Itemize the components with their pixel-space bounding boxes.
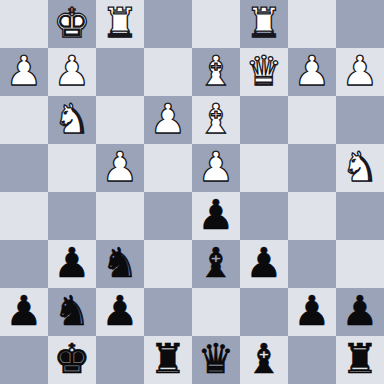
chess-board-container: ♚♜♜♟♟♝♛♟♟♞♟♝♟♟♞♟♟♞♝♟♟♞♟♟♟♚♜♛♝♜ (0, 0, 384, 384)
square-d2[interactable]: ♝ (192, 48, 240, 96)
white-pawn-piece: ♟ (150, 95, 187, 143)
black-rook-piece: ♜ (342, 335, 379, 383)
square-f3[interactable] (96, 96, 144, 144)
square-c4[interactable] (240, 144, 288, 192)
square-f4[interactable]: ♟ (96, 144, 144, 192)
black-knight-piece: ♞ (102, 239, 139, 287)
square-c8[interactable]: ♝ (240, 336, 288, 384)
white-pawn-piece: ♟ (102, 143, 139, 191)
square-g7[interactable]: ♞ (48, 288, 96, 336)
square-d6[interactable]: ♝ (192, 240, 240, 288)
square-e1[interactable] (144, 0, 192, 48)
black-pawn-piece: ♟ (54, 239, 91, 287)
square-f8[interactable] (96, 336, 144, 384)
square-a7[interactable]: ♟ (336, 288, 384, 336)
square-f6[interactable]: ♞ (96, 240, 144, 288)
square-b7[interactable]: ♟ (288, 288, 336, 336)
square-g5[interactable] (48, 192, 96, 240)
square-c7[interactable] (240, 288, 288, 336)
square-d3[interactable]: ♝ (192, 96, 240, 144)
white-rook-piece: ♜ (246, 0, 283, 47)
black-pawn-piece: ♟ (342, 287, 379, 335)
square-f5[interactable] (96, 192, 144, 240)
square-d8[interactable]: ♛ (192, 336, 240, 384)
square-h2[interactable]: ♟ (0, 48, 48, 96)
square-h1[interactable] (0, 0, 48, 48)
white-knight-piece: ♞ (54, 95, 91, 143)
black-pawn-piece: ♟ (102, 287, 139, 335)
square-e8[interactable]: ♜ (144, 336, 192, 384)
black-bishop-piece: ♝ (246, 335, 283, 383)
square-g8[interactable]: ♚ (48, 336, 96, 384)
white-pawn-piece: ♟ (6, 47, 43, 95)
square-g3[interactable]: ♞ (48, 96, 96, 144)
square-a5[interactable] (336, 192, 384, 240)
square-a6[interactable] (336, 240, 384, 288)
white-bishop-piece: ♝ (198, 95, 235, 143)
square-b2[interactable]: ♟ (288, 48, 336, 96)
square-e2[interactable] (144, 48, 192, 96)
square-c5[interactable] (240, 192, 288, 240)
square-c2[interactable]: ♛ (240, 48, 288, 96)
white-pawn-piece: ♟ (54, 47, 91, 95)
white-pawn-piece: ♟ (294, 47, 331, 95)
square-g1[interactable]: ♚ (48, 0, 96, 48)
white-pawn-piece: ♟ (342, 47, 379, 95)
white-rook-piece: ♜ (102, 0, 139, 47)
black-knight-piece: ♞ (54, 287, 91, 335)
square-h6[interactable] (0, 240, 48, 288)
square-f2[interactable] (96, 48, 144, 96)
square-f1[interactable]: ♜ (96, 0, 144, 48)
square-b6[interactable] (288, 240, 336, 288)
square-b5[interactable] (288, 192, 336, 240)
square-e4[interactable] (144, 144, 192, 192)
square-a4[interactable]: ♞ (336, 144, 384, 192)
square-a3[interactable] (336, 96, 384, 144)
black-pawn-piece: ♟ (294, 287, 331, 335)
white-knight-piece: ♞ (342, 143, 379, 191)
square-e3[interactable]: ♟ (144, 96, 192, 144)
square-h7[interactable]: ♟ (0, 288, 48, 336)
square-d4[interactable]: ♟ (192, 144, 240, 192)
square-f7[interactable]: ♟ (96, 288, 144, 336)
square-e7[interactable] (144, 288, 192, 336)
square-a1[interactable] (336, 0, 384, 48)
square-g4[interactable] (48, 144, 96, 192)
square-h8[interactable] (0, 336, 48, 384)
black-pawn-piece: ♟ (6, 287, 43, 335)
square-g6[interactable]: ♟ (48, 240, 96, 288)
square-b1[interactable] (288, 0, 336, 48)
square-c3[interactable] (240, 96, 288, 144)
black-bishop-piece: ♝ (198, 239, 235, 287)
black-pawn-piece: ♟ (246, 239, 283, 287)
square-h3[interactable] (0, 96, 48, 144)
square-a2[interactable]: ♟ (336, 48, 384, 96)
square-e5[interactable] (144, 192, 192, 240)
black-king-piece: ♚ (54, 335, 91, 383)
square-c6[interactable]: ♟ (240, 240, 288, 288)
black-rook-piece: ♜ (150, 335, 187, 383)
square-h4[interactable] (0, 144, 48, 192)
square-d7[interactable] (192, 288, 240, 336)
square-b3[interactable] (288, 96, 336, 144)
square-g2[interactable]: ♟ (48, 48, 96, 96)
square-d5[interactable]: ♟ (192, 192, 240, 240)
white-king-piece: ♚ (54, 0, 91, 47)
square-a8[interactable]: ♜ (336, 336, 384, 384)
white-bishop-piece: ♝ (198, 47, 235, 95)
chess-board: ♚♜♜♟♟♝♛♟♟♞♟♝♟♟♞♟♟♞♝♟♟♞♟♟♟♚♜♛♝♜ (0, 0, 384, 384)
white-pawn-piece: ♟ (198, 143, 235, 191)
black-pawn-piece: ♟ (198, 191, 235, 239)
white-queen-piece: ♛ (246, 47, 283, 95)
square-h5[interactable] (0, 192, 48, 240)
square-e6[interactable] (144, 240, 192, 288)
black-queen-piece: ♛ (198, 335, 235, 383)
square-c1[interactable]: ♜ (240, 0, 288, 48)
square-d1[interactable] (192, 0, 240, 48)
square-b8[interactable] (288, 336, 336, 384)
square-b4[interactable] (288, 144, 336, 192)
